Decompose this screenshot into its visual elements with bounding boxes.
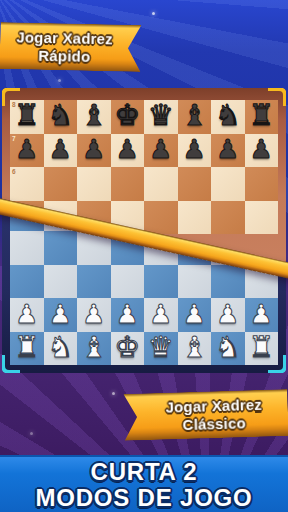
square-e3[interactable] [144,265,178,299]
square-f1[interactable]: ♝ [178,332,212,366]
white-pawn-g2: ♟ [211,298,245,332]
square-a2[interactable]: ♟ [10,298,44,332]
square-f5[interactable] [178,201,212,235]
teal-corner-bracket-icon [1,355,20,374]
ad-screen: 8♜♞♝♚♛♝♞♜7♟♟♟♟♟♟♟♟6 ♟♟♟♟♟♟♟♟♜♞♝♚♛♝♞♜ Jog… [0,0,288,512]
play-classic-chess-button[interactable]: Jogar Xadrez Clássico [123,389,288,441]
white-bishop-c1: ♝ [77,332,111,366]
black-pawn-h7: ♟ [245,134,279,168]
square-b4[interactable] [44,231,78,265]
square-h5[interactable] [245,201,279,235]
square-e6[interactable] [144,167,178,201]
square-a3[interactable] [10,265,44,299]
white-pawn-h2: ♟ [245,298,279,332]
square-f6[interactable] [178,167,212,201]
square-g1[interactable]: ♞ [211,332,245,366]
ribbon-bottom-line1: Jogar Xadrez [165,395,262,416]
play-quick-chess-button[interactable]: Jogar Xadrez Rápido [0,22,141,72]
white-pawn-b2: ♟ [44,298,78,332]
white-pawn-e2: ♟ [144,298,178,332]
square-a7[interactable]: 7♟ [10,134,44,168]
square-e7[interactable]: ♟ [144,134,178,168]
white-pawn-c2: ♟ [77,298,111,332]
square-d2[interactable]: ♟ [111,298,145,332]
square-d8[interactable]: ♚ [111,100,145,134]
rank-label-6: 6 [12,168,16,175]
black-pawn-e7: ♟ [144,134,178,168]
black-pawn-b7: ♟ [44,134,78,168]
footer-line2: MODOS DE JOGO [35,485,252,511]
white-knight-g1: ♞ [211,332,245,366]
square-c7[interactable]: ♟ [77,134,111,168]
black-pawn-d7: ♟ [111,134,145,168]
square-d3[interactable] [111,265,145,299]
square-f8[interactable]: ♝ [178,100,212,134]
footer-tagline: CURTA 2 MODOS DE JOGO [0,455,288,512]
square-b8[interactable]: ♞ [44,100,78,134]
ribbon-top-line2: Rápido [38,46,90,65]
white-knight-b1: ♞ [44,332,78,366]
black-pawn-f7: ♟ [178,134,212,168]
sparkle-dot [152,12,155,15]
gold-corner-bracket-icon [268,87,287,106]
square-e2[interactable]: ♟ [144,298,178,332]
square-b6[interactable] [44,167,78,201]
square-g6[interactable] [211,167,245,201]
square-d1[interactable]: ♚ [111,332,145,366]
square-b1[interactable]: ♞ [44,332,78,366]
ribbon-top-line1: Jogar Xadrez [16,28,113,48]
sparkle-dot [58,79,61,82]
white-bishop-f1: ♝ [178,332,212,366]
black-knight-g8: ♞ [211,100,245,134]
sparkle-dot [112,392,115,395]
square-c1[interactable]: ♝ [77,332,111,366]
square-a6[interactable]: 6 [10,167,44,201]
square-e5[interactable] [144,201,178,235]
square-d6[interactable] [111,167,145,201]
square-e1[interactable]: ♛ [144,332,178,366]
white-king-d1: ♚ [111,332,145,366]
black-bishop-c8: ♝ [77,100,111,134]
square-h7[interactable]: ♟ [245,134,279,168]
square-g3[interactable] [211,265,245,299]
square-g2[interactable]: ♟ [211,298,245,332]
black-knight-b8: ♞ [44,100,78,134]
white-pawn-f2: ♟ [178,298,212,332]
square-f7[interactable]: ♟ [178,134,212,168]
square-c2[interactable]: ♟ [77,298,111,332]
teal-corner-bracket-icon [268,355,287,374]
square-f3[interactable] [178,265,212,299]
square-b2[interactable]: ♟ [44,298,78,332]
square-c3[interactable] [77,265,111,299]
ribbon-bottom-line2: Clássico [182,414,246,434]
square-a4[interactable] [10,231,44,265]
black-pawn-c7: ♟ [77,134,111,168]
square-b3[interactable] [44,265,78,299]
black-pawn-g7: ♟ [211,134,245,168]
white-pawn-a2: ♟ [10,298,44,332]
square-c8[interactable]: ♝ [77,100,111,134]
square-d7[interactable]: ♟ [111,134,145,168]
sparkle-dot [30,432,33,435]
square-b7[interactable]: ♟ [44,134,78,168]
footer-line1: CURTA 2 [91,459,198,485]
square-h2[interactable]: ♟ [245,298,279,332]
square-c6[interactable] [77,167,111,201]
square-g5[interactable] [211,201,245,235]
black-king-d8: ♚ [111,100,145,134]
square-h6[interactable] [245,167,279,201]
square-g7[interactable]: ♟ [211,134,245,168]
gold-corner-bracket-icon [1,87,20,106]
square-g8[interactable]: ♞ [211,100,245,134]
square-f2[interactable]: ♟ [178,298,212,332]
rank-label-7: 7 [12,135,16,142]
white-pawn-d2: ♟ [111,298,145,332]
white-queen-e1: ♛ [144,332,178,366]
black-bishop-f8: ♝ [178,100,212,134]
black-queen-e8: ♛ [144,100,178,134]
square-e8[interactable]: ♛ [144,100,178,134]
